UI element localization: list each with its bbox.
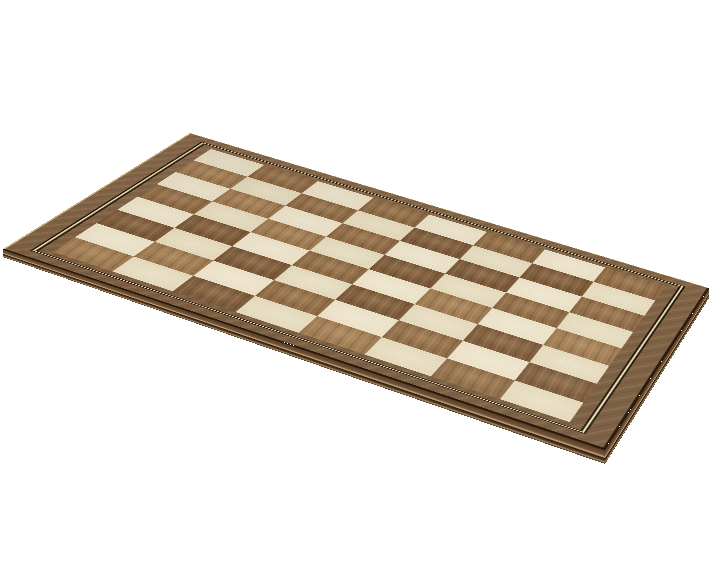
board-grid	[53, 149, 666, 422]
product-photo-scene	[0, 0, 720, 576]
